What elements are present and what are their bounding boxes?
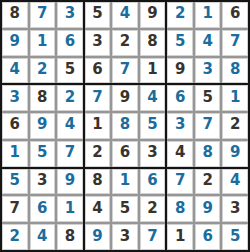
cell-r5c1[interactable]: 6 xyxy=(2,113,28,139)
entered-digit: 1 xyxy=(37,34,47,49)
cell-r9c2[interactable]: 4 xyxy=(30,224,56,250)
cell-r9c5[interactable]: 3 xyxy=(112,224,138,250)
cell-r5c4[interactable]: 1 xyxy=(85,113,111,139)
cell-r4c4[interactable]: 7 xyxy=(85,85,111,111)
cell-r1c7[interactable]: 2 xyxy=(167,2,193,28)
cell-r2c1[interactable]: 9 xyxy=(2,30,28,56)
cell-r8c3[interactable]: 1 xyxy=(57,196,83,222)
entered-digit: 4 xyxy=(120,6,130,21)
cell-r6c1[interactable]: 1 xyxy=(2,141,28,167)
entered-digit: 1 xyxy=(230,90,240,105)
entered-digit: 8 xyxy=(175,201,185,216)
given-digit: 7 xyxy=(10,201,20,216)
entered-digit: 4 xyxy=(202,34,212,49)
entered-digit: 8 xyxy=(120,117,130,132)
given-digit: 2 xyxy=(147,201,157,216)
given-digit: 8 xyxy=(92,173,102,188)
cell-r6c7[interactable]: 4 xyxy=(167,141,193,167)
entered-digit: 7 xyxy=(120,62,130,77)
entered-digit: 9 xyxy=(92,229,102,244)
cell-r2c5[interactable]: 2 xyxy=(112,30,138,56)
cell-r2c3[interactable]: 6 xyxy=(57,30,83,56)
cell-r1c9[interactable]: 6 xyxy=(222,2,248,28)
cell-r8c8[interactable]: 9 xyxy=(195,196,221,222)
box-1: 873916425 xyxy=(2,2,83,83)
entered-digit: 9 xyxy=(10,34,20,49)
cell-r7c8[interactable]: 2 xyxy=(195,169,221,195)
cell-r5c9[interactable]: 2 xyxy=(222,113,248,139)
entered-digit: 1 xyxy=(10,145,20,160)
entered-digit: 5 xyxy=(147,117,157,132)
given-digit: 4 xyxy=(175,145,185,160)
cell-r4c6[interactable]: 4 xyxy=(140,85,166,111)
cell-r6c2[interactable]: 5 xyxy=(30,141,56,167)
cell-r2c2[interactable]: 1 xyxy=(30,30,56,56)
given-digit: 1 xyxy=(175,229,185,244)
cell-r7c7[interactable]: 7 xyxy=(167,169,193,195)
cell-r7c5[interactable]: 1 xyxy=(112,169,138,195)
cell-r8c4[interactable]: 4 xyxy=(85,196,111,222)
cell-r9c8[interactable]: 6 xyxy=(195,224,221,250)
cell-r6c8[interactable]: 8 xyxy=(195,141,221,167)
given-digit: 2 xyxy=(230,117,240,132)
cell-r3c9[interactable]: 8 xyxy=(222,58,248,84)
entered-digit: 7 xyxy=(65,145,75,160)
entered-digit: 4 xyxy=(10,62,20,77)
cell-r3c1[interactable]: 4 xyxy=(2,58,28,84)
entered-digit: 4 xyxy=(147,90,157,105)
cell-r6c3[interactable]: 7 xyxy=(57,141,83,167)
cell-r7c4[interactable]: 8 xyxy=(85,169,111,195)
cell-r4c2[interactable]: 8 xyxy=(30,85,56,111)
given-digit: 6 xyxy=(10,117,20,132)
entered-digit: 2 xyxy=(10,229,20,244)
entered-digit: 5 xyxy=(175,34,185,49)
cell-r4c9[interactable]: 1 xyxy=(222,85,248,111)
cell-r1c4[interactable]: 5 xyxy=(85,2,111,28)
cell-r3c4[interactable]: 6 xyxy=(85,58,111,84)
given-digit: 3 xyxy=(230,201,240,216)
entered-digit: 3 xyxy=(10,90,20,105)
box-7: 539761248 xyxy=(2,169,83,250)
given-digit: 6 xyxy=(230,6,240,21)
given-digit: 2 xyxy=(92,145,102,160)
given-digit: 8 xyxy=(147,34,157,49)
entered-digit: 7 xyxy=(230,34,240,49)
given-digit: 3 xyxy=(147,145,157,160)
entered-digit: 3 xyxy=(65,6,75,21)
given-digit: 5 xyxy=(92,6,102,21)
cell-r3c5[interactable]: 7 xyxy=(112,58,138,84)
entered-digit: 8 xyxy=(230,62,240,77)
sudoku-board: 8739164255493286712165479383826941577941… xyxy=(0,0,250,252)
entered-digit: 4 xyxy=(65,117,75,132)
entered-digit: 7 xyxy=(92,90,102,105)
given-digit: 3 xyxy=(92,34,102,49)
entered-digit: 7 xyxy=(147,229,157,244)
box-5: 794185263 xyxy=(85,85,166,166)
given-digit: 4 xyxy=(92,201,102,216)
cell-r9c4[interactable]: 9 xyxy=(85,224,111,250)
box-9: 724893165 xyxy=(167,169,248,250)
cell-r1c2[interactable]: 7 xyxy=(30,2,56,28)
entered-digit: 1 xyxy=(65,201,75,216)
given-digit: 5 xyxy=(120,201,130,216)
cell-r6c4[interactable]: 2 xyxy=(85,141,111,167)
cell-r4c5[interactable]: 9 xyxy=(112,85,138,111)
cell-r3c8[interactable]: 3 xyxy=(195,58,221,84)
cell-r9c9[interactable]: 5 xyxy=(222,224,248,250)
cell-r5c6[interactable]: 5 xyxy=(140,113,166,139)
cell-r7c1[interactable]: 5 xyxy=(2,169,28,195)
box-4: 382694157 xyxy=(2,85,83,166)
entered-digit: 3 xyxy=(175,117,185,132)
given-digit: 6 xyxy=(120,145,130,160)
given-digit: 9 xyxy=(147,6,157,21)
cell-r2c7[interactable]: 5 xyxy=(167,30,193,56)
cell-r2c4[interactable]: 3 xyxy=(85,30,111,56)
cell-r4c1[interactable]: 3 xyxy=(2,85,28,111)
entered-digit: 9 xyxy=(230,145,240,160)
entered-digit: 9 xyxy=(202,201,212,216)
entered-digit: 1 xyxy=(120,173,130,188)
cell-r3c7[interactable]: 9 xyxy=(167,58,193,84)
entered-digit: 6 xyxy=(37,201,47,216)
given-digit: 9 xyxy=(120,90,130,105)
given-digit: 1 xyxy=(147,62,157,77)
cell-r6c6[interactable]: 3 xyxy=(140,141,166,167)
given-digit: 8 xyxy=(37,90,47,105)
cell-r7c3[interactable]: 9 xyxy=(57,169,83,195)
cell-r9c7[interactable]: 1 xyxy=(167,224,193,250)
entered-digit: 5 xyxy=(37,145,47,160)
cell-r7c2[interactable]: 3 xyxy=(30,169,56,195)
entered-digit: 7 xyxy=(202,117,212,132)
cell-r9c3[interactable]: 8 xyxy=(57,224,83,250)
given-digit: 8 xyxy=(65,229,75,244)
cell-r4c8[interactable]: 5 xyxy=(195,85,221,111)
entered-digit: 5 xyxy=(230,229,240,244)
given-digit: 9 xyxy=(175,62,185,77)
cell-r5c2[interactable]: 9 xyxy=(30,113,56,139)
cell-r1c8[interactable]: 1 xyxy=(195,2,221,28)
cell-r1c1[interactable]: 8 xyxy=(2,2,28,28)
entered-digit: 3 xyxy=(202,62,212,77)
cell-r7c9[interactable]: 4 xyxy=(222,169,248,195)
cell-r7c6[interactable]: 6 xyxy=(140,169,166,195)
entered-digit: 6 xyxy=(175,90,185,105)
entered-digit: 7 xyxy=(37,6,47,21)
box-3: 216547938 xyxy=(167,2,248,83)
entered-digit: 6 xyxy=(147,173,157,188)
cell-r9c6[interactable]: 7 xyxy=(140,224,166,250)
box-8: 816452937 xyxy=(85,169,166,250)
entered-digit: 2 xyxy=(65,90,75,105)
given-digit: 6 xyxy=(92,62,102,77)
given-digit: 3 xyxy=(120,229,130,244)
cell-r2c9[interactable]: 7 xyxy=(222,30,248,56)
cell-r6c5[interactable]: 6 xyxy=(112,141,138,167)
cell-r8c2[interactable]: 6 xyxy=(30,196,56,222)
cell-r8c9[interactable]: 3 xyxy=(222,196,248,222)
cell-r2c8[interactable]: 4 xyxy=(195,30,221,56)
entered-digit: 7 xyxy=(175,173,185,188)
cell-r6c9[interactable]: 9 xyxy=(222,141,248,167)
given-digit: 2 xyxy=(120,34,130,49)
cell-r9c1[interactable]: 2 xyxy=(2,224,28,250)
cell-r5c8[interactable]: 7 xyxy=(195,113,221,139)
cell-r4c3[interactable]: 2 xyxy=(57,85,83,111)
given-digit: 1 xyxy=(92,117,102,132)
cell-r3c6[interactable]: 1 xyxy=(140,58,166,84)
cell-r5c7[interactable]: 3 xyxy=(167,113,193,139)
given-digit: 5 xyxy=(202,90,212,105)
box-6: 651372489 xyxy=(167,85,248,166)
cell-r5c5[interactable]: 8 xyxy=(112,113,138,139)
cell-r8c7[interactable]: 8 xyxy=(167,196,193,222)
box-2: 549328671 xyxy=(85,2,166,83)
cell-r8c5[interactable]: 5 xyxy=(112,196,138,222)
cell-r1c6[interactable]: 9 xyxy=(140,2,166,28)
cell-r1c5[interactable]: 4 xyxy=(112,2,138,28)
entered-digit: 8 xyxy=(202,145,212,160)
cell-r1c3[interactable]: 3 xyxy=(57,2,83,28)
entered-digit: 9 xyxy=(37,117,47,132)
cell-r8c1[interactable]: 7 xyxy=(2,196,28,222)
cell-r5c3[interactable]: 4 xyxy=(57,113,83,139)
entered-digit: 6 xyxy=(65,34,75,49)
cell-r4c7[interactable]: 6 xyxy=(167,85,193,111)
entered-digit: 2 xyxy=(175,6,185,21)
entered-digit: 1 xyxy=(202,6,212,21)
cell-r8c6[interactable]: 2 xyxy=(140,196,166,222)
cell-r2c6[interactable]: 8 xyxy=(140,30,166,56)
given-digit: 3 xyxy=(37,173,47,188)
entered-digit: 9 xyxy=(65,173,75,188)
cell-r3c3[interactable]: 5 xyxy=(57,58,83,84)
given-digit: 8 xyxy=(10,6,20,21)
entered-digit: 4 xyxy=(230,173,240,188)
entered-digit: 2 xyxy=(37,62,47,77)
entered-digit: 4 xyxy=(37,229,47,244)
cell-r3c2[interactable]: 2 xyxy=(30,58,56,84)
entered-digit: 5 xyxy=(10,173,20,188)
entered-digit: 6 xyxy=(202,229,212,244)
given-digit: 2 xyxy=(202,173,212,188)
given-digit: 5 xyxy=(65,62,75,77)
